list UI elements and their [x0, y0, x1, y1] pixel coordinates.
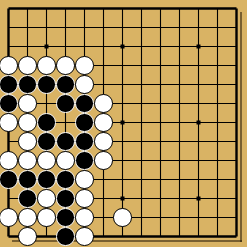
intersection-c5-r13[interactable]: [75, 227, 94, 246]
white-stone: [75, 56, 94, 75]
intersection-c5-r3[interactable]: [75, 37, 94, 56]
black-stone: [56, 189, 75, 208]
intersection-c4-r5[interactable]: [56, 75, 75, 94]
intersection-c4-r1[interactable]: [56, 0, 75, 18]
intersection-c4-r2[interactable]: [56, 18, 75, 37]
intersection-c7-r13[interactable]: [113, 227, 132, 246]
white-stone: [37, 56, 56, 75]
intersection-c10-r5[interactable]: [170, 75, 189, 94]
white-stone: [0, 208, 18, 227]
intersection-c1-r10[interactable]: [0, 170, 18, 189]
intersection-c6-r11[interactable]: [94, 189, 113, 208]
intersection-c4-r4[interactable]: [56, 56, 75, 75]
black-stone: [37, 170, 56, 189]
intersection-c2-r5[interactable]: [18, 75, 37, 94]
intersection-c11-r10[interactable]: [189, 170, 208, 189]
intersection-c9-r4[interactable]: [151, 56, 170, 75]
black-stone: [56, 208, 75, 227]
white-stone: [94, 151, 113, 170]
intersection-c2-r4[interactable]: [18, 56, 37, 75]
black-stone: [0, 75, 18, 94]
intersection-c3-r7[interactable]: [37, 113, 56, 132]
white-stone: [75, 227, 94, 246]
intersection-c6-r7[interactable]: [94, 113, 113, 132]
intersection-c7-r10[interactable]: [113, 170, 132, 189]
intersection-c8-r1[interactable]: [132, 0, 151, 18]
intersection-c9-r1[interactable]: [151, 0, 170, 18]
intersection-c2-r8[interactable]: [18, 132, 37, 151]
intersection-c3-r4[interactable]: [37, 56, 56, 75]
intersection-c7-r8[interactable]: [113, 132, 132, 151]
intersection-c5-r7[interactable]: [75, 113, 94, 132]
intersection-c9-r12[interactable]: [151, 208, 170, 227]
intersection-c2-r3[interactable]: [18, 37, 37, 56]
black-stone: [37, 113, 56, 132]
intersection-c11-r9[interactable]: [189, 151, 208, 170]
intersection-c6-r4[interactable]: [94, 56, 113, 75]
intersection-c11-r2[interactable]: [189, 18, 208, 37]
intersection-c4-r6[interactable]: [56, 94, 75, 113]
white-stone: [113, 208, 132, 227]
intersection-c3-r5[interactable]: [37, 75, 56, 94]
intersection-c13-r1[interactable]: [227, 0, 246, 18]
intersection-c6-r6[interactable]: [94, 94, 113, 113]
white-stone: [37, 208, 56, 227]
intersection-c11-r8[interactable]: [189, 132, 208, 151]
intersection-c13-r12[interactable]: [227, 208, 246, 227]
go-board: [0, 0, 247, 247]
white-stone: [75, 170, 94, 189]
intersection-c7-r9[interactable]: [113, 151, 132, 170]
white-stone: [56, 151, 75, 170]
intersection-c12-r4[interactable]: [208, 56, 227, 75]
black-stone: [56, 94, 75, 113]
white-stone: [18, 132, 37, 151]
intersection-c2-r2[interactable]: [18, 18, 37, 37]
intersection-c3-r6[interactable]: [37, 94, 56, 113]
intersection-c11-r11[interactable]: [189, 189, 208, 208]
intersection-c13-r13[interactable]: [227, 227, 246, 246]
intersection-c5-r4[interactable]: [75, 56, 94, 75]
intersection-c1-r11[interactable]: [0, 189, 18, 208]
intersection-c12-r11[interactable]: [208, 189, 227, 208]
intersection-c4-r9[interactable]: [56, 151, 75, 170]
white-stone: [18, 208, 37, 227]
intersection-c13-r7[interactable]: [227, 113, 246, 132]
intersection-c6-r5[interactable]: [94, 75, 113, 94]
intersection-c11-r13[interactable]: [189, 227, 208, 246]
intersection-c7-r7[interactable]: [113, 113, 132, 132]
intersection-c6-r8[interactable]: [94, 132, 113, 151]
intersection-c4-r7[interactable]: [56, 113, 75, 132]
intersection-c9-r10[interactable]: [151, 170, 170, 189]
black-stone: [56, 75, 75, 94]
intersection-c6-r3[interactable]: [94, 37, 113, 56]
intersection-c1-r12[interactable]: [0, 208, 18, 227]
intersection-c7-r2[interactable]: [113, 18, 132, 37]
intersection-c9-r8[interactable]: [151, 132, 170, 151]
intersection-c10-r11[interactable]: [170, 189, 189, 208]
intersection-c3-r2[interactable]: [37, 18, 56, 37]
intersection-c2-r1[interactable]: [18, 0, 37, 18]
intersection-c11-r7[interactable]: [189, 113, 208, 132]
intersection-c11-r5[interactable]: [189, 75, 208, 94]
white-stone: [18, 56, 37, 75]
intersection-c9-r7[interactable]: [151, 113, 170, 132]
intersection-c10-r4[interactable]: [170, 56, 189, 75]
white-stone: [94, 132, 113, 151]
intersection-c12-r10[interactable]: [208, 170, 227, 189]
black-stone: [18, 170, 37, 189]
intersection-c8-r5[interactable]: [132, 75, 151, 94]
intersection-c3-r12[interactable]: [37, 208, 56, 227]
black-stone: [75, 151, 94, 170]
intersection-c3-r3[interactable]: [37, 37, 56, 56]
intersection-c7-r12[interactable]: [113, 208, 132, 227]
intersection-c1-r9[interactable]: [0, 151, 18, 170]
intersection-c6-r12[interactable]: [94, 208, 113, 227]
intersection-c11-r3[interactable]: [189, 37, 208, 56]
white-stone: [18, 151, 37, 170]
intersection-c1-r8[interactable]: [0, 132, 18, 151]
intersection-c13-r11[interactable]: [227, 189, 246, 208]
black-stone: [56, 170, 75, 189]
black-stone: [75, 132, 94, 151]
intersection-c2-r12[interactable]: [18, 208, 37, 227]
intersection-c12-r6[interactable]: [208, 94, 227, 113]
intersection-c7-r1[interactable]: [113, 0, 132, 18]
intersection-c3-r9[interactable]: [37, 151, 56, 170]
black-stone: [75, 113, 94, 132]
intersection-c3-r13[interactable]: [37, 227, 56, 246]
intersection-c4-r12[interactable]: [56, 208, 75, 227]
white-stone: [75, 75, 94, 94]
intersection-c8-r10[interactable]: [132, 170, 151, 189]
intersection-c5-r5[interactable]: [75, 75, 94, 94]
intersection-c8-r4[interactable]: [132, 56, 151, 75]
intersection-c1-r4[interactable]: [0, 56, 18, 75]
intersection-c3-r1[interactable]: [37, 0, 56, 18]
white-stone: [37, 151, 56, 170]
black-stone: [37, 75, 56, 94]
intersection-c3-r11[interactable]: [37, 189, 56, 208]
black-stone: [37, 132, 56, 151]
intersection-c12-r3[interactable]: [208, 37, 227, 56]
white-stone: [75, 208, 94, 227]
white-stone: [18, 94, 37, 113]
intersection-c1-r2[interactable]: [0, 18, 18, 37]
intersection-c5-r6[interactable]: [75, 94, 94, 113]
white-stone: [0, 56, 18, 75]
intersection-c1-r5[interactable]: [0, 75, 18, 94]
intersection-c10-r12[interactable]: [170, 208, 189, 227]
intersection-c13-r10[interactable]: [227, 170, 246, 189]
intersection-c7-r5[interactable]: [113, 75, 132, 94]
intersection-c1-r6[interactable]: [0, 94, 18, 113]
intersection-c5-r8[interactable]: [75, 132, 94, 151]
intersection-c9-r2[interactable]: [151, 18, 170, 37]
intersection-c12-r2[interactable]: [208, 18, 227, 37]
black-stone: [18, 75, 37, 94]
intersection-c8-r8[interactable]: [132, 132, 151, 151]
black-stone: [75, 94, 94, 113]
white-stone: [94, 113, 113, 132]
intersection-c8-r13[interactable]: [132, 227, 151, 246]
intersection-c9-r3[interactable]: [151, 37, 170, 56]
intersection-c8-r7[interactable]: [132, 113, 151, 132]
intersection-c7-r6[interactable]: [113, 94, 132, 113]
intersection-c12-r5[interactable]: [208, 75, 227, 94]
intersection-c9-r13[interactable]: [151, 227, 170, 246]
white-stone: [75, 189, 94, 208]
white-stone: [18, 113, 37, 132]
white-stone: [37, 189, 56, 208]
white-stone: [18, 227, 37, 246]
intersection-c10-r8[interactable]: [170, 132, 189, 151]
intersection-c11-r12[interactable]: [189, 208, 208, 227]
intersection-c11-r1[interactable]: [189, 0, 208, 18]
white-stone: [94, 94, 113, 113]
white-stone: [0, 151, 18, 170]
black-stone: [0, 170, 18, 189]
intersection-c5-r12[interactable]: [75, 208, 94, 227]
intersection-c2-r6[interactable]: [18, 94, 37, 113]
intersection-c13-r9[interactable]: [227, 151, 246, 170]
black-stone: [56, 132, 75, 151]
intersection-c5-r10[interactable]: [75, 170, 94, 189]
intersection-c9-r11[interactable]: [151, 189, 170, 208]
black-stone: [18, 189, 37, 208]
intersection-c8-r11[interactable]: [132, 189, 151, 208]
intersection-c5-r1[interactable]: [75, 0, 94, 18]
intersection-c3-r10[interactable]: [37, 170, 56, 189]
intersection-c7-r11[interactable]: [113, 189, 132, 208]
intersection-c13-r5[interactable]: [227, 75, 246, 94]
intersection-c8-r2[interactable]: [132, 18, 151, 37]
intersection-c6-r2[interactable]: [94, 18, 113, 37]
intersection-c2-r11[interactable]: [18, 189, 37, 208]
intersection-c6-r9[interactable]: [94, 151, 113, 170]
intersection-c9-r6[interactable]: [151, 94, 170, 113]
intersection-c3-r8[interactable]: [37, 132, 56, 151]
intersection-c12-r9[interactable]: [208, 151, 227, 170]
intersection-c10-r6[interactable]: [170, 94, 189, 113]
intersection-c11-r6[interactable]: [189, 94, 208, 113]
intersection-c12-r8[interactable]: [208, 132, 227, 151]
intersection-c13-r8[interactable]: [227, 132, 246, 151]
intersection-c8-r9[interactable]: [132, 151, 151, 170]
intersection-c1-r3[interactable]: [0, 37, 18, 56]
intersection-c6-r13[interactable]: [94, 227, 113, 246]
intersection-c6-r10[interactable]: [94, 170, 113, 189]
intersection-c2-r13[interactable]: [18, 227, 37, 246]
intersection-c4-r10[interactable]: [56, 170, 75, 189]
intersection-c4-r3[interactable]: [56, 37, 75, 56]
intersection-c5-r11[interactable]: [75, 189, 94, 208]
intersection-c13-r4[interactable]: [227, 56, 246, 75]
intersection-c12-r1[interactable]: [208, 0, 227, 18]
intersection-c7-r3[interactable]: [113, 37, 132, 56]
intersection-c10-r2[interactable]: [170, 18, 189, 37]
intersection-c11-r4[interactable]: [189, 56, 208, 75]
white-stone: [0, 113, 18, 132]
intersection-c10-r10[interactable]: [170, 170, 189, 189]
intersection-c7-r4[interactable]: [113, 56, 132, 75]
intersection-c13-r3[interactable]: [227, 37, 246, 56]
intersection-c6-r1[interactable]: [94, 0, 113, 18]
intersection-c10-r9[interactable]: [170, 151, 189, 170]
intersection-c13-r6[interactable]: [227, 94, 246, 113]
intersection-c10-r3[interactable]: [170, 37, 189, 56]
intersection-c1-r13[interactable]: [0, 227, 18, 246]
intersection-c4-r8[interactable]: [56, 132, 75, 151]
black-stone: [0, 94, 18, 113]
intersection-c2-r9[interactable]: [18, 151, 37, 170]
intersection-c12-r7[interactable]: [208, 113, 227, 132]
intersection-c4-r13[interactable]: [56, 227, 75, 246]
intersection-c2-r7[interactable]: [18, 113, 37, 132]
intersection-c5-r9[interactable]: [75, 151, 94, 170]
intersection-c1-r1[interactable]: [0, 0, 18, 18]
black-stone: [56, 227, 75, 246]
intersection-c8-r6[interactable]: [132, 94, 151, 113]
intersection-c13-r2[interactable]: [227, 18, 246, 37]
intersection-c10-r7[interactable]: [170, 113, 189, 132]
white-stone: [56, 56, 75, 75]
intersection-c12-r12[interactable]: [208, 208, 227, 227]
intersection-c10-r1[interactable]: [170, 0, 189, 18]
intersection-c12-r13[interactable]: [208, 227, 227, 246]
intersection-c2-r10[interactable]: [18, 170, 37, 189]
intersection-c9-r5[interactable]: [151, 75, 170, 94]
board-intersections: [0, 0, 246, 246]
intersection-c10-r13[interactable]: [170, 227, 189, 246]
intersection-c9-r9[interactable]: [151, 151, 170, 170]
intersection-c8-r12[interactable]: [132, 208, 151, 227]
intersection-c8-r3[interactable]: [132, 37, 151, 56]
intersection-c4-r11[interactable]: [56, 189, 75, 208]
intersection-c1-r7[interactable]: [0, 113, 18, 132]
intersection-c5-r2[interactable]: [75, 18, 94, 37]
